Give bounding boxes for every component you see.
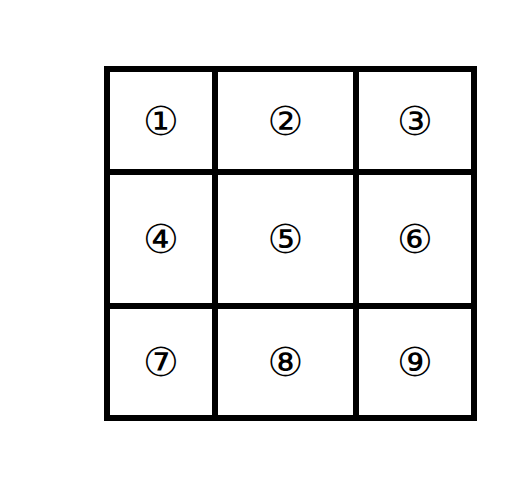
grid-cell-3[interactable]: ③ — [359, 72, 471, 169]
circled-number-9: ⑨ — [397, 342, 433, 382]
circled-number-6: ⑥ — [397, 219, 433, 259]
circled-number-4: ④ — [143, 219, 179, 259]
circled-number-2: ② — [267, 101, 303, 141]
grid-cell-6[interactable]: ⑥ — [359, 175, 471, 303]
circled-number-1: ① — [143, 101, 179, 141]
grid-cell-9[interactable]: ⑨ — [359, 309, 471, 415]
circled-number-5: ⑤ — [267, 219, 303, 259]
grid-cell-2[interactable]: ② — [218, 72, 353, 169]
grid-cell-8[interactable]: ⑧ — [218, 309, 353, 415]
circled-number-3: ③ — [397, 101, 433, 141]
grid-cell-5[interactable]: ⑤ — [218, 175, 353, 303]
grid-cell-1[interactable]: ① — [110, 72, 212, 169]
grid-board: ① ② ③ ④ ⑤ ⑥ ⑦ ⑧ ⑨ — [104, 66, 477, 421]
diagram-canvas: ① ② ③ ④ ⑤ ⑥ ⑦ ⑧ ⑨ — [0, 0, 532, 485]
grid-cell-4[interactable]: ④ — [110, 175, 212, 303]
circled-number-8: ⑧ — [267, 342, 303, 382]
grid-cell-7[interactable]: ⑦ — [110, 309, 212, 415]
circled-number-7: ⑦ — [143, 342, 179, 382]
